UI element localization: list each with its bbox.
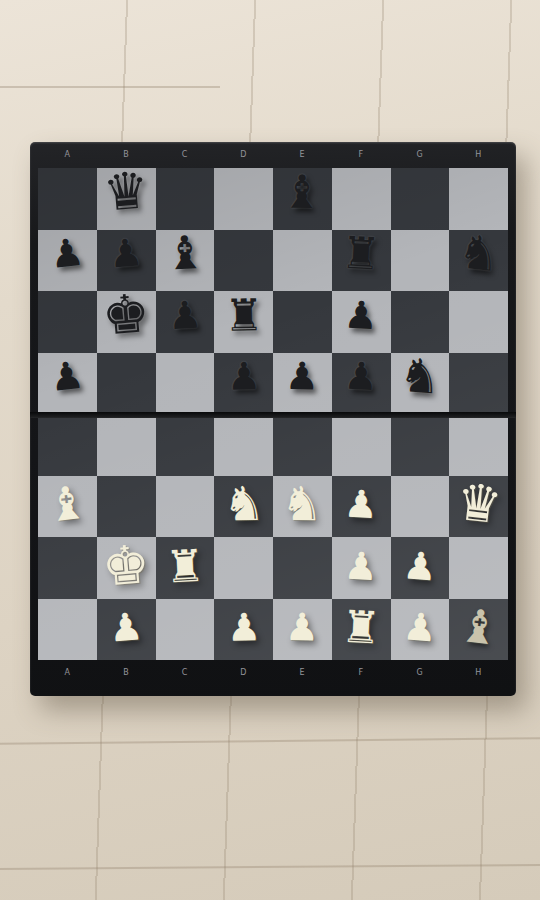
square-a8[interactable] — [38, 168, 97, 230]
coord-label: E — [300, 151, 306, 159]
piece-white-pawn-b1[interactable]: ♟ — [107, 604, 145, 651]
square-g7[interactable] — [391, 230, 450, 292]
piece-black-bishop-e8[interactable]: ♝ — [281, 164, 323, 219]
square-a1[interactable] — [38, 599, 97, 661]
coord-label: G — [417, 151, 424, 159]
square-d7[interactable] — [214, 230, 273, 292]
square-c8[interactable] — [156, 168, 215, 230]
piece-black-pawn-e5[interactable]: ♟ — [285, 354, 320, 399]
piece-white-pawn-e1[interactable]: ♟ — [285, 605, 320, 650]
board-fold-hinge — [30, 412, 516, 418]
coord-label: D — [240, 151, 247, 159]
square-h4[interactable] — [449, 414, 508, 476]
coord-label: A — [64, 151, 70, 159]
square-f4[interactable] — [332, 414, 391, 476]
coord-label: B — [123, 669, 129, 677]
piece-white-pawn-g2[interactable]: ♟ — [401, 543, 439, 590]
coord-label: H — [475, 669, 482, 677]
piece-black-pawn-c6[interactable]: ♟ — [167, 292, 203, 338]
piece-black-rook-d6[interactable]: ♜ — [223, 289, 263, 341]
piece-white-rook-f1[interactable]: ♜ — [340, 601, 382, 654]
piece-white-pawn-d1[interactable]: ♟ — [226, 605, 261, 650]
piece-black-pawn-b7[interactable]: ♟ — [107, 230, 145, 277]
square-g8[interactable] — [391, 168, 450, 230]
coord-label: C — [182, 151, 188, 159]
square-c5[interactable] — [156, 353, 215, 415]
square-g3[interactable] — [391, 476, 450, 538]
square-g4[interactable] — [391, 414, 450, 476]
piece-black-pawn-a7[interactable]: ♟ — [48, 230, 87, 278]
piece-white-knight-d3[interactable]: ♞ — [222, 476, 265, 532]
piece-white-bishop-a3[interactable]: ♝ — [44, 475, 91, 533]
piece-white-pawn-f2[interactable]: ♟ — [343, 543, 379, 589]
coord-label: B — [123, 151, 129, 159]
piece-white-knight-e3[interactable]: ♞ — [281, 476, 324, 532]
piece-white-bishop-h1[interactable]: ♝ — [455, 598, 502, 656]
piece-black-pawn-d5[interactable]: ♟ — [226, 354, 261, 399]
photo-of-chessboard-on-floor: { "game": "chess", "scene": { "descripti… — [0, 0, 540, 900]
piece-black-queen-b8[interactable]: ♛ — [101, 160, 151, 223]
square-h8[interactable] — [449, 168, 508, 230]
square-d4[interactable] — [214, 414, 273, 476]
piece-black-rook-f7[interactable]: ♜ — [340, 227, 382, 280]
piece-black-pawn-f5[interactable]: ♟ — [343, 354, 379, 400]
coord-label: F — [359, 151, 364, 159]
square-e2[interactable] — [273, 537, 332, 599]
square-a6[interactable] — [38, 291, 97, 353]
piece-black-bishop-c7[interactable]: ♝ — [163, 225, 207, 281]
square-a2[interactable] — [38, 537, 97, 599]
piece-black-pawn-f6[interactable]: ♟ — [343, 292, 379, 338]
floor-plank-seam — [0, 86, 220, 88]
piece-white-pawn-f3[interactable]: ♟ — [343, 482, 379, 528]
piece-black-pawn-a5[interactable]: ♟ — [48, 353, 87, 401]
square-e6[interactable] — [273, 291, 332, 353]
coord-label: C — [182, 669, 188, 677]
coord-label: E — [300, 669, 306, 677]
square-h2[interactable] — [449, 537, 508, 599]
square-e4[interactable] — [273, 414, 332, 476]
square-b4[interactable] — [97, 414, 156, 476]
square-d8[interactable] — [214, 168, 273, 230]
coord-label: G — [417, 669, 424, 677]
square-c4[interactable] — [156, 414, 215, 476]
piece-black-knight-h7[interactable]: ♞ — [455, 223, 503, 283]
square-a4[interactable] — [38, 414, 97, 476]
piece-white-pawn-g1[interactable]: ♟ — [401, 604, 439, 651]
square-e7[interactable] — [273, 230, 332, 292]
square-d2[interactable] — [214, 537, 273, 599]
piece-black-knight-g5[interactable]: ♞ — [397, 347, 444, 405]
piece-white-king-b2[interactable]: ♚ — [100, 533, 152, 598]
piece-white-rook-c2[interactable]: ♜ — [164, 539, 206, 592]
coord-label: F — [359, 669, 364, 677]
piece-black-king-b6[interactable]: ♚ — [100, 282, 152, 347]
square-f8[interactable] — [332, 168, 391, 230]
chess-board: ABCDEFGH ABCDEFGH ♛♝♟♟♝♜♞♚♟♜♟♟♟♟♟♞♝♞♞♟♛♚… — [30, 142, 516, 696]
square-c1[interactable] — [156, 599, 215, 661]
piece-white-queen-h3[interactable]: ♛ — [452, 472, 504, 536]
coord-label: A — [64, 669, 70, 677]
square-b5[interactable] — [97, 353, 156, 415]
square-h6[interactable] — [449, 291, 508, 353]
square-c3[interactable] — [156, 476, 215, 538]
coord-label: H — [475, 151, 482, 159]
coord-label: D — [240, 669, 247, 677]
square-h5[interactable] — [449, 353, 508, 415]
square-b3[interactable] — [97, 476, 156, 538]
square-g6[interactable] — [391, 291, 450, 353]
